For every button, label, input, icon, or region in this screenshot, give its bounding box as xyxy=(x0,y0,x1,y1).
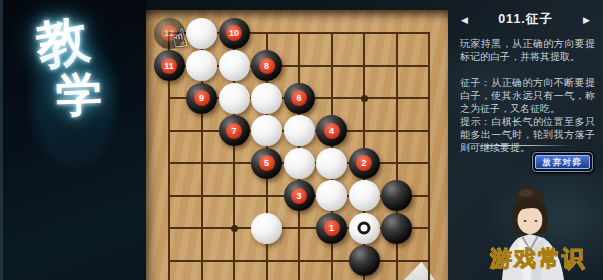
move-number-badge: 2 xyxy=(356,155,372,171)
black-stone-move-11: 11 xyxy=(154,50,185,81)
calligraphy-char-2: 学 xyxy=(55,68,103,122)
move-number-badge: 9 xyxy=(194,90,210,106)
white-stone xyxy=(251,213,282,244)
move-number-badge: 8 xyxy=(259,58,275,74)
task-text: 玩家持黑，从正确的方向要提标记的白子，并将其提取。 xyxy=(460,37,595,63)
move-number-badge: 11 xyxy=(161,58,177,74)
grid-line-v xyxy=(428,32,430,280)
tutorial-banner: 教 学 xyxy=(0,0,146,280)
window-edge xyxy=(0,0,3,280)
white-stone xyxy=(284,115,315,146)
hint-text: 提示：白棋长气的位置至多只能多出一气时，轮到我方落子则可继续要提。 xyxy=(460,115,595,154)
white-stone xyxy=(219,83,250,114)
star-point xyxy=(361,95,368,102)
black-stone-move-10: 10 xyxy=(219,18,250,49)
white-stone xyxy=(316,180,347,211)
go-tutorial-app: ☝ 121011896745231 教 学 ◀ 011.征子 ▶ 玩家持黑，从正… xyxy=(0,0,603,280)
black-stone xyxy=(349,245,380,276)
black-stone-move-5: 5 xyxy=(251,148,282,179)
lesson-header: ◀ 011.征子 ▶ xyxy=(448,0,603,28)
prev-lesson-button[interactable]: ◀ xyxy=(461,13,468,27)
go-board[interactable]: ☝ 121011896745231 xyxy=(146,10,450,280)
calligraphy-char-1: 教 xyxy=(26,9,99,75)
ladder-definition-text: 征子：从正确的方向不断要提白子，使其永远只有一气，称之为征子，又名征吃。 xyxy=(460,76,595,115)
watermark-text: 游戏常识 xyxy=(490,244,602,274)
move-number-badge: 3 xyxy=(291,188,307,204)
move-number-badge: 5 xyxy=(259,155,275,171)
black-stone xyxy=(381,213,412,244)
move-number-badge: 6 xyxy=(291,90,307,106)
grid-line-h xyxy=(168,260,430,262)
lesson-title: 011.征子 xyxy=(498,11,553,28)
move-number-badge: 4 xyxy=(324,123,340,139)
circle-marker xyxy=(358,222,371,235)
give-up-button-label: 放弃对弈 xyxy=(535,155,590,169)
star-point xyxy=(231,225,238,232)
white-stone xyxy=(349,180,380,211)
white-stone xyxy=(186,50,217,81)
white-stone xyxy=(316,148,347,179)
white-stone xyxy=(251,115,282,146)
next-lesson-button[interactable]: ▶ xyxy=(583,13,590,27)
move-number-badge: 10 xyxy=(226,25,242,41)
white-stone xyxy=(219,50,250,81)
lesson-description: 玩家持黑，从正确的方向要提标记的白子，并将其提取。 征子：从正确的方向不断要提白… xyxy=(448,28,603,154)
black-stone-move-4: 4 xyxy=(316,115,347,146)
black-stone-move-8: 8 xyxy=(251,50,282,81)
black-stone-move-6: 6 xyxy=(284,83,315,114)
black-stone-move-1: 1 xyxy=(316,213,347,244)
move-number-badge: 7 xyxy=(226,123,242,139)
white-stone xyxy=(349,213,380,244)
black-stone-move-2: 2 xyxy=(349,148,380,179)
give-up-button[interactable]: 放弃对弈 xyxy=(532,152,593,172)
white-stone xyxy=(284,148,315,179)
black-stone-move-9: 9 xyxy=(186,83,217,114)
decoration-sail xyxy=(403,259,444,280)
white-stone xyxy=(186,18,217,49)
white-stone xyxy=(251,83,282,114)
black-stone xyxy=(381,180,412,211)
black-stone-move-7: 7 xyxy=(219,115,250,146)
move-number-badge: 1 xyxy=(324,220,340,236)
lesson-panel: ◀ 011.征子 ▶ 玩家持黑，从正确的方向要提标记的白子，并将其提取。 征子：… xyxy=(448,0,603,280)
panel-divider xyxy=(470,145,578,146)
black-stone-move-3: 3 xyxy=(284,180,315,211)
